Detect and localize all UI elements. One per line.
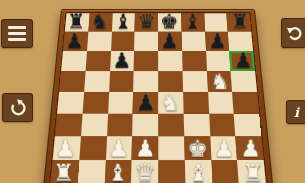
white-queen[interactable]: ♛ [134,161,155,183]
square-e7[interactable]: ♟ [158,32,182,51]
black-pawn[interactable]: ♟ [161,30,180,51]
info-icon: i [294,105,299,120]
square-g4[interactable] [208,92,234,114]
restart-icon [8,98,27,117]
square-h5[interactable] [231,71,257,92]
square-d8[interactable]: ♛ [135,13,158,32]
square-h2[interactable]: ♟ [236,136,264,160]
square-g2[interactable]: ♟ [210,136,238,160]
square-f6[interactable] [182,51,207,71]
square-f8[interactable]: ♝ [181,13,205,32]
black-pawn[interactable]: ♟ [208,30,227,51]
square-f2[interactable]: ♚ [184,136,211,160]
black-pawn[interactable]: ♟ [136,92,156,114]
square-e4[interactable]: ♞ [158,92,183,114]
white-pawn[interactable]: ♟ [240,137,261,160]
square-b8[interactable]: ♞ [88,13,112,32]
black-pawn[interactable]: ♟ [112,50,131,71]
square-g5[interactable]: ♞ [207,71,233,92]
square-f1[interactable]: ♝ [185,160,213,183]
undo-button[interactable] [281,18,305,48]
black-pawn[interactable]: ♟ [66,30,85,51]
white-pawn[interactable]: ♟ [56,137,77,160]
white-pawn[interactable]: ♟ [135,137,156,160]
square-c2[interactable]: ♟ [105,136,132,160]
square-h3[interactable] [234,114,261,137]
square-b3[interactable] [81,114,108,137]
square-d6[interactable] [134,51,158,71]
square-b2[interactable] [79,136,106,160]
black-rook[interactable]: ♜ [230,11,248,31]
square-e1[interactable] [158,160,185,183]
square-c5[interactable] [109,71,134,92]
square-c3[interactable] [107,114,133,137]
black-pawn[interactable]: ♟ [233,50,252,71]
black-queen[interactable]: ♛ [137,11,155,31]
square-d2[interactable]: ♟ [132,136,158,160]
square-h1[interactable]: ♜ [237,160,266,183]
restart-button[interactable] [2,93,33,122]
board-frame: ♜♞♝♛♚♝♜♟♟♟♟♟♞♟♞♟♟♟♚♟♟♜♝♛♝♜ ABCDEFGH BEGI… [41,9,274,183]
undo-icon [285,24,303,42]
square-a6[interactable] [61,51,87,71]
black-knight[interactable]: ♞ [91,11,109,31]
square-c6[interactable]: ♟ [110,51,135,71]
square-d7[interactable] [134,32,158,51]
menu-icon [8,26,26,29]
square-b4[interactable] [82,92,108,114]
white-pawn[interactable]: ♟ [108,137,129,160]
square-f7[interactable] [181,32,205,51]
square-f4[interactable] [183,92,209,114]
square-h8[interactable]: ♜ [227,13,252,32]
square-a5[interactable] [59,71,85,92]
white-rook[interactable]: ♜ [53,161,74,183]
white-rook[interactable]: ♜ [242,161,263,183]
white-pawn[interactable]: ♟ [214,137,235,160]
square-g7[interactable]: ♟ [205,32,230,51]
square-a4[interactable] [57,92,84,114]
square-d1[interactable]: ♛ [131,160,158,183]
white-knight[interactable]: ♞ [161,92,181,114]
square-e2[interactable] [158,136,184,160]
white-king[interactable]: ♚ [187,137,208,160]
square-e6[interactable] [158,51,182,71]
square-e3[interactable] [158,114,184,137]
white-bishop[interactable]: ♝ [107,161,128,183]
square-b7[interactable] [87,32,112,51]
square-b6[interactable] [85,51,110,71]
menu-button[interactable] [1,19,33,48]
square-c1[interactable]: ♝ [104,160,132,183]
square-d3[interactable] [132,114,158,137]
square-a3[interactable] [55,114,82,137]
black-bishop[interactable]: ♝ [184,11,202,31]
chess-board-3d: ♜♞♝♛♚♝♜♟♟♟♟♟♞♟♞♟♟♟♚♟♟♜♝♛♝♜ ABCDEFGH BEGI… [42,9,273,183]
white-knight[interactable]: ♞ [210,70,229,92]
white-bishop[interactable]: ♝ [188,161,209,183]
square-a7[interactable]: ♟ [63,32,88,51]
square-f5[interactable] [182,71,207,92]
square-g1[interactable] [211,160,239,183]
square-h4[interactable] [232,92,259,114]
square-c4[interactable] [108,92,134,114]
square-f3[interactable] [183,114,209,137]
square-c8[interactable]: ♝ [111,13,135,32]
square-d4[interactable]: ♟ [133,92,158,114]
black-bishop[interactable]: ♝ [114,11,132,31]
square-a1[interactable]: ♜ [50,160,79,183]
square-g3[interactable] [209,114,236,137]
info-button[interactable]: i [286,100,305,124]
board-grid: ♜♞♝♛♚♝♜♟♟♟♟♟♞♟♞♟♟♟♚♟♟♜♝♛♝♜ [50,13,266,183]
square-h6[interactable]: ♟ [229,51,255,71]
square-b5[interactable] [84,71,110,92]
square-b1[interactable] [77,160,105,183]
square-a2[interactable]: ♟ [53,136,81,160]
